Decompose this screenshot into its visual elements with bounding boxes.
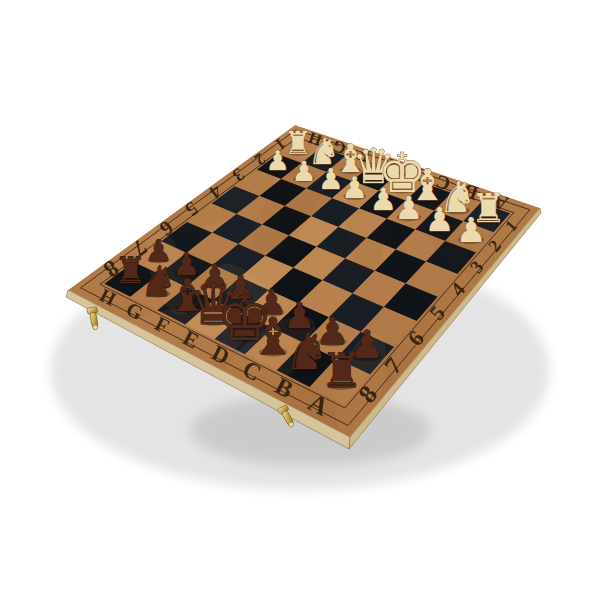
black-rook: ♜ <box>320 343 363 398</box>
white-pawn: ♟ <box>395 189 424 227</box>
white-pawn: ♟ <box>425 200 455 239</box>
white-pawn: ♟ <box>291 155 316 188</box>
chessboard: HH11GG22FF33EE44DD55CC66BB77AA88♜♞♟♝♟♛♟♚… <box>0 0 600 600</box>
chess-set-product-photo: HH11GG22FF33EE44DD55CC66BB77AA88♜♞♟♝♟♛♟♚… <box>0 0 600 600</box>
white-pawn: ♟ <box>318 162 344 196</box>
white-pawn: ♟ <box>266 145 290 176</box>
white-pawn: ♟ <box>341 170 368 205</box>
white-pawn: ♟ <box>370 181 398 217</box>
white-pawn: ♟ <box>456 210 487 250</box>
